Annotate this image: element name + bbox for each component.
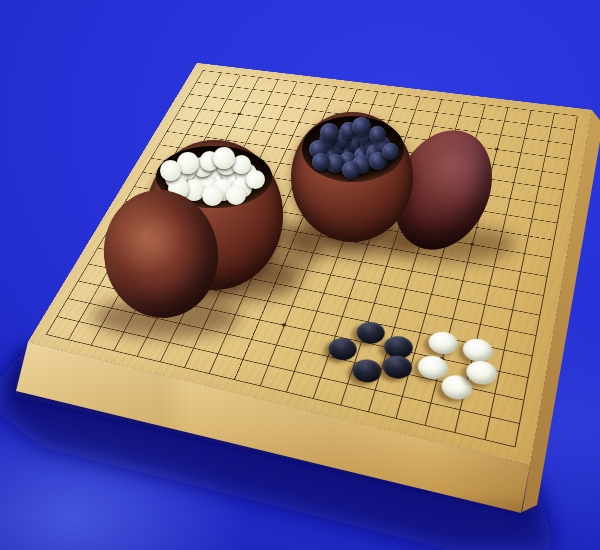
black-bowl-stone <box>382 143 399 160</box>
black-bowl-stone <box>320 123 339 142</box>
white-bowl-stone <box>202 185 223 206</box>
black-stone <box>349 357 384 385</box>
go-set-photo-scene <box>0 0 600 550</box>
white-bowl-stone <box>160 160 181 181</box>
star-point <box>237 113 241 116</box>
white-bowl-stone <box>246 170 266 190</box>
white-bowl-stone <box>213 147 235 169</box>
black-stone <box>325 336 360 363</box>
black-bowl-stone <box>342 161 360 179</box>
black-bowl-stone <box>312 153 330 171</box>
white-stone <box>426 329 460 356</box>
white-bowl-stone <box>226 185 246 205</box>
black-stone <box>354 320 388 346</box>
black-stone <box>380 353 415 381</box>
black-bowl-mouth <box>302 116 404 182</box>
star-point <box>495 148 500 151</box>
star-point <box>281 323 286 327</box>
